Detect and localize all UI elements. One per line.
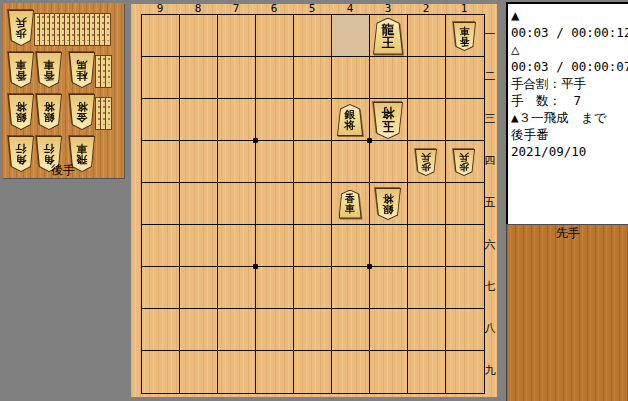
square-6-2[interactable] [256,57,294,99]
square-7-9[interactable] [218,351,256,393]
square-7-3[interactable] [218,99,256,141]
square-6-1[interactable] [256,15,294,57]
square-1-5[interactable] [446,183,484,225]
square-8-8[interactable] [180,309,218,351]
gote-hand-silver-piece[interactable]: 銀将 [36,94,62,130]
rank-label-9: 九 [483,365,497,376]
turn-text: 後手番 [511,126,628,143]
square-2-6[interactable] [408,225,446,267]
star-point-icon [253,138,258,143]
file-label-9: 9 [141,3,179,14]
gote-hand-knight-piece[interactable]: 桂馬 [69,52,95,88]
square-8-7[interactable] [180,267,218,309]
square-7-2[interactable] [218,57,256,99]
square-1-7[interactable] [446,267,484,309]
square-7-5[interactable] [218,183,256,225]
square-6-6[interactable] [256,225,294,267]
rank-label-1: 一 [483,29,497,40]
square-5-4[interactable] [294,141,332,183]
square-6-5[interactable] [256,183,294,225]
square-9-5[interactable] [142,183,180,225]
shogi-app-window: 歩兵香車香車桂馬銀将銀将金将角行角行飛車 後手 987654321 一二三四五六… [0,0,628,401]
square-8-6[interactable] [180,225,218,267]
square-5-1[interactable] [294,15,332,57]
square-1-6[interactable] [446,225,484,267]
gote-silver-piece[interactable]: 銀将 [375,188,401,220]
square-2-8[interactable] [408,309,446,351]
board-grid [141,14,485,394]
square-5-9[interactable] [294,351,332,393]
square-3-2[interactable] [370,57,408,99]
square-6-7[interactable] [256,267,294,309]
square-6-8[interactable] [256,309,294,351]
square-9-2[interactable] [142,57,180,99]
square-8-5[interactable] [180,183,218,225]
rank-label-3: 三 [483,113,497,124]
square-2-9[interactable] [408,351,446,393]
file-label-1: 1 [445,3,483,14]
square-3-4[interactable] [370,141,408,183]
sente-captured-tray: 先手 [506,224,628,401]
rank-label-8: 八 [483,323,497,334]
gote-hand-silver-piece[interactable]: 銀将 [8,94,34,130]
file-label-6: 6 [255,3,293,14]
sente-clock: 00:03 / 00:00:12 [511,24,628,41]
star-point-icon [253,264,258,269]
square-2-5[interactable] [408,183,446,225]
square-4-6[interactable] [332,225,370,267]
gote-hand-row: 香車香車桂馬 [8,52,117,88]
rank-label-6: 六 [483,239,497,250]
square-8-1[interactable] [180,15,218,57]
square-1-2[interactable] [446,57,484,99]
gote-hand-lance-piece[interactable]: 香車 [8,52,34,88]
sente-lance-piece[interactable]: 香車 [339,190,362,219]
info-panel: ▲ 00:03 / 00:00:12 △ 00:03 / 00:00:07 手合… [506,2,628,227]
square-9-6[interactable] [142,225,180,267]
square-9-3[interactable] [142,99,180,141]
gote-hand-knight-stack[interactable] [105,55,112,88]
square-9-8[interactable] [142,309,180,351]
square-8-9[interactable] [180,351,218,393]
square-6-3[interactable] [256,99,294,141]
square-9-4[interactable] [142,141,180,183]
rank-label-7: 七 [483,281,497,292]
last-move-text: ▲３一飛成 まで [511,109,628,126]
gote-hand-pawn-stack[interactable] [104,13,111,46]
star-point-icon [367,138,372,143]
square-3-7[interactable] [370,267,408,309]
square-4-1[interactable] [332,15,370,57]
square-8-3[interactable] [180,99,218,141]
square-9-1[interactable] [142,15,180,57]
gote-hand-row: 歩兵 [8,10,116,46]
square-4-8[interactable] [332,309,370,351]
gote-hand-pawn-piece[interactable]: 歩兵 [8,10,34,46]
square-5-7[interactable] [294,267,332,309]
square-1-9[interactable] [446,351,484,393]
file-label-8: 8 [179,3,217,14]
square-9-9[interactable] [142,351,180,393]
square-5-5[interactable] [294,183,332,225]
square-6-4[interactable] [256,141,294,183]
square-8-2[interactable] [180,57,218,99]
gote-tray-label: 後手 [2,164,124,176]
sente-turn-icon: ▲ [511,7,628,24]
file-label-4: 4 [331,3,369,14]
file-label-7: 7 [217,3,255,14]
rank-label-5: 五 [483,197,497,208]
gote-pawn-piece[interactable]: 歩兵 [453,149,475,176]
gote-lance-piece[interactable]: 香車 [453,22,476,51]
gote-hand-lance-piece[interactable]: 香車 [36,52,62,88]
square-7-4[interactable] [218,141,256,183]
square-5-6[interactable] [294,225,332,267]
gote-turn-icon: △ [511,41,628,58]
gote-captured-tray: 歩兵香車香車桂馬銀将銀将金将角行角行飛車 後手 [2,3,124,178]
sente-tray-label: 先手 [507,227,628,239]
square-5-3[interactable] [294,99,332,141]
shogi-board-panel: 987654321 一二三四五六七八九 龍王香車銀将玉将歩兵歩兵香車銀将 [131,4,497,397]
gote-clock: 00:03 / 00:00:07 [511,58,628,75]
square-3-9[interactable] [370,351,408,393]
square-2-2[interactable] [408,57,446,99]
square-4-7[interactable] [332,267,370,309]
square-4-9[interactable] [332,351,370,393]
file-label-3: 3 [369,3,407,14]
square-2-1[interactable] [408,15,446,57]
square-5-8[interactable] [294,309,332,351]
square-2-3[interactable] [408,99,446,141]
file-label-2: 2 [407,3,445,14]
handicap-text: 手合割：平手 [511,75,628,92]
square-3-8[interactable] [370,309,408,351]
square-7-8[interactable] [218,309,256,351]
gote-king-piece[interactable]: 玉将 [373,102,403,139]
gote-hand-gold-piece[interactable]: 金将 [69,94,95,130]
date-text: 2021/09/10 [511,143,628,160]
sente-silver-piece[interactable]: 銀将 [337,104,363,136]
square-4-4[interactable] [332,141,370,183]
file-label-5: 5 [293,3,331,14]
square-8-4[interactable] [180,141,218,183]
square-3-6[interactable] [370,225,408,267]
square-7-7[interactable] [218,267,256,309]
square-1-3[interactable] [446,99,484,141]
gote-pawn-piece[interactable]: 歩兵 [415,149,437,176]
square-9-7[interactable] [142,267,180,309]
gote-hand-row: 銀将銀将金将 [8,94,117,130]
star-point-icon [367,264,372,269]
move-count-text: 手 数： 7 [511,92,628,109]
square-7-6[interactable] [218,225,256,267]
square-5-2[interactable] [294,57,332,99]
square-6-9[interactable] [256,351,294,393]
rank-label-2: 二 [483,71,497,82]
rank-label-4: 四 [483,155,497,166]
square-4-2[interactable] [332,57,370,99]
square-2-7[interactable] [408,267,446,309]
square-7-1[interactable] [218,15,256,57]
sente-promoted-rook-piece[interactable]: 龍王 [373,18,403,55]
gote-hand-gold-stack[interactable] [105,97,112,130]
square-1-8[interactable] [446,309,484,351]
